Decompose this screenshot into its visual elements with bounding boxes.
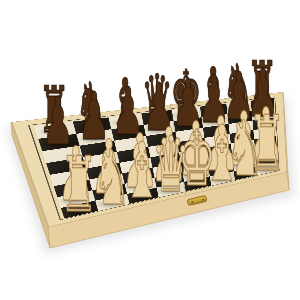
chess-set-product-photo: ♜♞♝♛♚♝♞♜♟♟♟♟♟♟♟♟♟♟♟♟♟♟♟♟♜♞♝♛♚♝♞♜ [0,0,300,300]
piece-a1-white-rook[interactable]: ♜ [44,147,113,224]
